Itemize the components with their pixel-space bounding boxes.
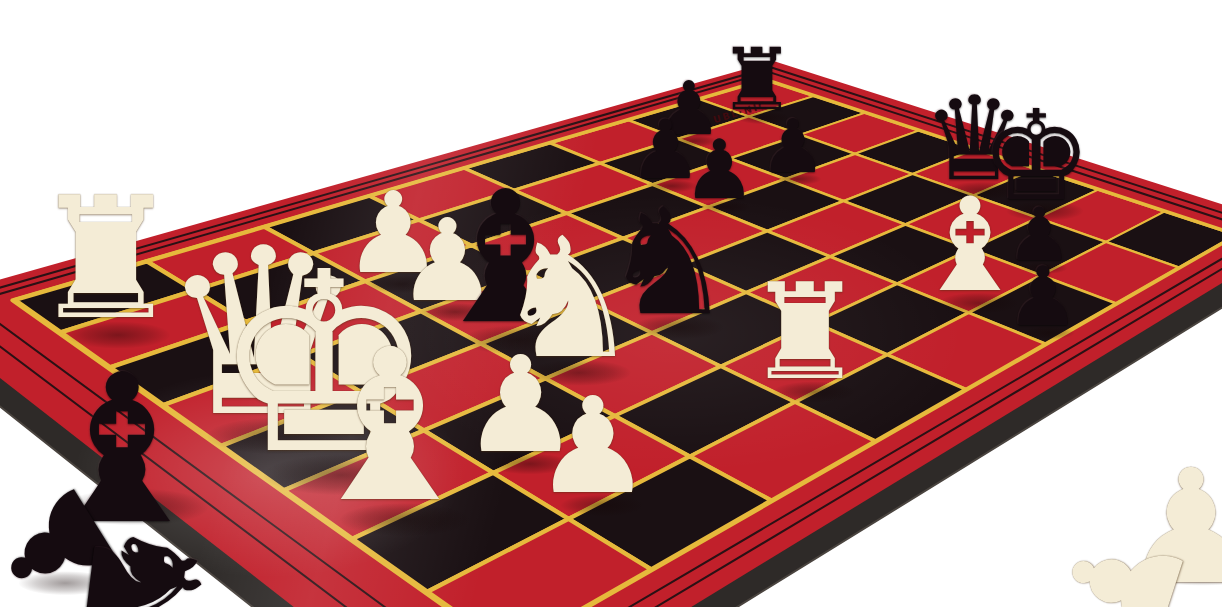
chess-photo-scene: UBL·NIC ♜♟♟♟♛♟♚♟♟♝♟♞♟♜♝♞♜♛♝♟♚♟♝♟♟♞♟: [0, 0, 1222, 607]
piece-black-pawn-c7[interactable]: ♟: [760, 111, 826, 181]
piece-white-rook-g4[interactable]: ♜: [746, 270, 865, 396]
piece-white-bishop-f1[interactable]: ♝: [296, 327, 484, 527]
captured-black-knight[interactable]: ♞: [62, 506, 222, 607]
piece-white-pawn-g2[interactable]: ♟: [533, 383, 652, 509]
piece-black-pawn-h6[interactable]: ♟: [1006, 258, 1079, 336]
